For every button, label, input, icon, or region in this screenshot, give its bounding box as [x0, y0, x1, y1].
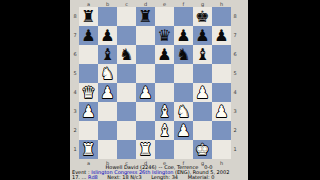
square-a8[interactable]: ♜	[79, 7, 98, 26]
square-a4[interactable]: ♛	[79, 83, 98, 102]
square-h5[interactable]	[212, 64, 231, 83]
square-g2[interactable]	[193, 121, 212, 140]
rank-label-5: 5	[72, 64, 78, 83]
square-h6[interactable]	[212, 45, 231, 64]
square-g5[interactable]	[193, 64, 212, 83]
rank-label-1: 1	[72, 140, 78, 159]
rank-labels-left: 87654321	[72, 7, 78, 159]
white-king-piece: ♚	[193, 140, 212, 159]
square-g4[interactable]: ♟	[193, 83, 212, 102]
square-f6[interactable]: ♞	[174, 45, 193, 64]
square-a6[interactable]	[79, 45, 98, 64]
move-info-line: 17. ... Rd8 Next: 18 N/c3 Length: 34 Mat…	[72, 175, 248, 180]
black-pawn-piece: ♟	[212, 26, 231, 45]
white-bishop-piece: ♝	[155, 121, 174, 140]
square-b1[interactable]	[98, 140, 117, 159]
square-g8[interactable]: ♚	[193, 7, 212, 26]
rank-label-8: 8	[72, 7, 78, 26]
black-bishop-piece: ♝	[98, 45, 117, 64]
white-bishop-piece: ♝	[155, 102, 174, 121]
square-f5[interactable]	[174, 64, 193, 83]
white-queen-piece: ♛	[79, 83, 98, 102]
rank-label-8: 8	[232, 7, 238, 26]
square-e6[interactable]: ♟	[155, 45, 174, 64]
square-c3[interactable]	[117, 102, 136, 121]
square-f4[interactable]	[174, 83, 193, 102]
square-e4[interactable]	[155, 83, 174, 102]
square-c4[interactable]	[117, 83, 136, 102]
square-a7[interactable]: ♟	[79, 26, 98, 45]
square-g7[interactable]: ♟	[193, 26, 212, 45]
square-b5[interactable]: ♞	[98, 64, 117, 83]
square-c6[interactable]: ♞	[117, 45, 136, 64]
white-knight-piece: ♞	[98, 64, 117, 83]
square-f3[interactable]: ♞	[174, 102, 193, 121]
square-f8[interactable]	[174, 7, 193, 26]
rank-label-3: 3	[232, 102, 238, 121]
last-move[interactable]: Rd8	[88, 175, 98, 180]
white-rook-piece: ♜	[79, 140, 98, 159]
square-h7[interactable]: ♟	[212, 26, 231, 45]
square-c1[interactable]	[117, 140, 136, 159]
square-c2[interactable]	[117, 121, 136, 140]
square-c5[interactable]	[117, 64, 136, 83]
white-pawn-piece: ♟	[174, 121, 193, 140]
white-pawn-piece: ♟	[79, 102, 98, 121]
square-e7[interactable]: ♛	[155, 26, 174, 45]
square-d2[interactable]	[136, 121, 155, 140]
square-d6[interactable]	[136, 45, 155, 64]
white-pawn-piece: ♟	[212, 102, 231, 121]
square-d7[interactable]	[136, 26, 155, 45]
material-info: Material: 0	[188, 175, 215, 180]
square-h1[interactable]	[212, 140, 231, 159]
black-pawn-piece: ♟	[155, 45, 174, 64]
square-a5[interactable]	[79, 64, 98, 83]
next-move-info: Next: 18 N/c3	[107, 175, 141, 180]
black-knight-piece: ♞	[174, 45, 193, 64]
square-e3[interactable]: ♝	[155, 102, 174, 121]
square-b7[interactable]: ♟	[98, 26, 117, 45]
black-king-piece: ♚	[193, 7, 212, 26]
black-pawn-piece: ♟	[193, 26, 212, 45]
black-pawn-piece: ♟	[79, 26, 98, 45]
rank-label-6: 6	[72, 45, 78, 64]
black-pawn-piece: ♟	[98, 26, 117, 45]
square-d5[interactable]	[136, 64, 155, 83]
white-rook-piece: ♜	[136, 140, 155, 159]
square-b6[interactable]: ♝	[98, 45, 117, 64]
square-h3[interactable]: ♟	[212, 102, 231, 121]
rank-label-3: 3	[72, 102, 78, 121]
move-number: 17. ...	[72, 175, 86, 180]
rank-label-2: 2	[72, 121, 78, 140]
square-e8[interactable]	[155, 7, 174, 26]
chess-board: ♜♜♚♟♟♛♟♟♟♝♞♟♞♝♞♛♟♟♟♟♝♞♟♝♟♜♜♚	[79, 7, 231, 159]
square-f1[interactable]	[174, 140, 193, 159]
square-e2[interactable]: ♝	[155, 121, 174, 140]
square-h2[interactable]	[212, 121, 231, 140]
black-knight-piece: ♞	[117, 45, 136, 64]
rank-label-2: 2	[232, 121, 238, 140]
square-c8[interactable]	[117, 7, 136, 26]
square-f2[interactable]: ♟	[174, 121, 193, 140]
white-pawn-piece: ♟	[136, 83, 155, 102]
square-g6[interactable]: ♝	[193, 45, 212, 64]
square-a3[interactable]: ♟	[79, 102, 98, 121]
letterbox-left	[0, 0, 70, 180]
white-pawn-piece: ♟	[98, 83, 117, 102]
black-rook-piece: ♜	[79, 7, 98, 26]
square-d4[interactable]: ♟	[136, 83, 155, 102]
square-b8[interactable]	[98, 7, 117, 26]
rank-label-4: 4	[232, 83, 238, 102]
square-b2[interactable]	[98, 121, 117, 140]
rank-label-1: 1	[232, 140, 238, 159]
chess-panel: abcdefgh 87654321 ♜♜♚♟♟♛♟♟♟♝♞♟♞♝♞♛♟♟♟♟♝♞…	[70, 0, 248, 180]
black-bishop-piece: ♝	[193, 45, 212, 64]
video-frame: abcdefgh 87654321 ♜♜♚♟♟♛♟♟♟♝♞♟♞♝♞♛♟♟♟♟♝♞…	[0, 0, 320, 180]
square-b4[interactable]: ♟	[98, 83, 117, 102]
rank-label-6: 6	[232, 45, 238, 64]
square-f7[interactable]: ♟	[174, 26, 193, 45]
rank-label-7: 7	[72, 26, 78, 45]
square-b3[interactable]	[98, 102, 117, 121]
square-a2[interactable]	[79, 121, 98, 140]
rank-label-4: 4	[72, 83, 78, 102]
rank-label-7: 7	[232, 26, 238, 45]
square-d8[interactable]: ♜	[136, 7, 155, 26]
square-g3[interactable]	[193, 102, 212, 121]
black-rook-piece: ♜	[136, 7, 155, 26]
rank-label-5: 5	[232, 64, 238, 83]
rank-labels-right: 87654321	[232, 7, 238, 159]
black-pawn-piece: ♟	[174, 26, 193, 45]
square-e5[interactable]	[155, 64, 174, 83]
square-h4[interactable]	[212, 83, 231, 102]
square-g1[interactable]: ♚	[193, 140, 212, 159]
white-knight-piece: ♞	[174, 102, 193, 121]
square-a1[interactable]: ♜	[79, 140, 98, 159]
length-info: Length: 34	[151, 175, 178, 180]
square-e1[interactable]	[155, 140, 174, 159]
square-d1[interactable]: ♜	[136, 140, 155, 159]
white-pawn-piece: ♟	[193, 83, 212, 102]
black-queen-piece: ♛	[155, 26, 174, 45]
square-h8[interactable]	[212, 7, 231, 26]
square-c7[interactable]	[117, 26, 136, 45]
square-d3[interactable]	[136, 102, 155, 121]
letterbox-right	[248, 0, 320, 180]
